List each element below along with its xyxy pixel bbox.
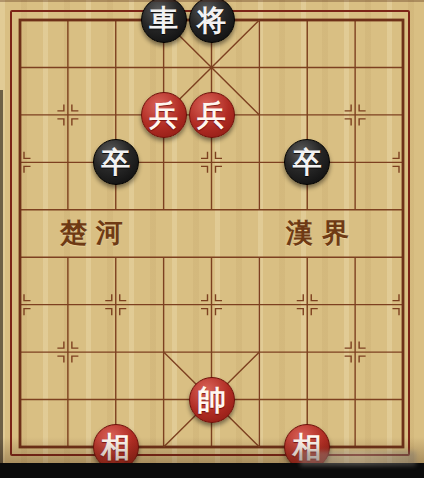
black-general[interactable]: 将 — [189, 0, 235, 43]
left-edge-vignette — [0, 90, 3, 463]
xiangqi-screenshot: 楚河 漢界 車将兵兵卒卒帥相相 — [0, 0, 424, 478]
red-general[interactable]: 帥 — [189, 377, 235, 423]
xiangqi-board[interactable]: 楚河 漢界 車将兵兵卒卒帥相相 — [20, 20, 403, 447]
red-soldier[interactable]: 兵 — [189, 92, 235, 138]
bottom-black-bar — [0, 463, 424, 478]
black-soldier[interactable]: 卒 — [93, 139, 139, 185]
black-chariot[interactable]: 車 — [141, 0, 187, 43]
red-soldier[interactable]: 兵 — [141, 92, 187, 138]
